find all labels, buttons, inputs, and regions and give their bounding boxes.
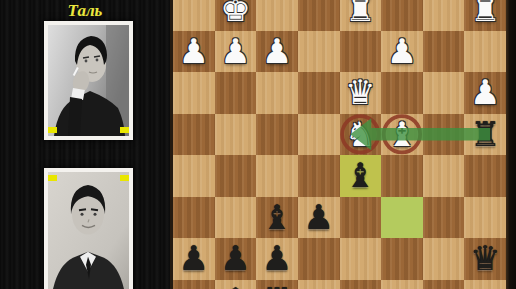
square-a7[interactable]: ♛ — [464, 238, 506, 280]
square-a3[interactable]: ♟ — [464, 72, 506, 114]
square-h8[interactable] — [173, 280, 215, 289]
square-f1[interactable] — [256, 0, 298, 31]
square-h5[interactable] — [173, 155, 215, 197]
square-g2[interactable]: ♟ — [215, 31, 257, 73]
square-g6[interactable] — [215, 197, 257, 239]
piece-white-knight-d4[interactable]: ♞ — [340, 114, 382, 156]
players-panel: Таль — [0, 0, 170, 289]
square-h4[interactable] — [173, 114, 215, 156]
square-e4[interactable] — [298, 114, 340, 156]
square-g5[interactable] — [215, 155, 257, 197]
piece-black-king-g8[interactable]: ♚ — [215, 280, 257, 289]
square-f2[interactable]: ♟ — [256, 31, 298, 73]
square-b8[interactable] — [423, 280, 465, 289]
chess-board-squares: ♚♜♜♟♟♟♟♛♟♞♝♜♝♝♟♟♟♟♛♚♜ — [173, 0, 506, 289]
piece-black-bishop-d5[interactable]: ♝ — [340, 155, 382, 197]
square-d4[interactable]: ♞ — [340, 114, 382, 156]
piece-black-rook-a4[interactable]: ♜ — [464, 114, 506, 156]
square-c6[interactable] — [381, 197, 423, 239]
square-b3[interactable] — [423, 72, 465, 114]
piece-white-pawn-h2[interactable]: ♟ — [173, 31, 215, 73]
square-h1[interactable] — [173, 0, 215, 31]
square-a8[interactable] — [464, 280, 506, 289]
square-g7[interactable]: ♟ — [215, 238, 257, 280]
board-frame-right — [506, 0, 516, 289]
piece-black-queen-a7[interactable]: ♛ — [464, 238, 506, 280]
square-b5[interactable] — [423, 155, 465, 197]
square-f4[interactable] — [256, 114, 298, 156]
square-c5[interactable] — [381, 155, 423, 197]
bottom-player-photo — [44, 168, 133, 289]
video-frame: Таль — [0, 0, 516, 289]
square-e8[interactable] — [298, 280, 340, 289]
piece-black-bishop-f6[interactable]: ♝ — [256, 197, 298, 239]
square-c8[interactable] — [381, 280, 423, 289]
photo-corner-marker — [120, 127, 129, 133]
piece-white-pawn-a3[interactable]: ♟ — [464, 72, 506, 114]
square-b7[interactable] — [423, 238, 465, 280]
square-e5[interactable] — [298, 155, 340, 197]
square-g4[interactable] — [215, 114, 257, 156]
piece-white-rook-a1[interactable]: ♜ — [464, 0, 506, 31]
square-d5[interactable]: ♝ — [340, 155, 382, 197]
piece-black-pawn-f7[interactable]: ♟ — [256, 238, 298, 280]
square-f6[interactable]: ♝ — [256, 197, 298, 239]
square-b6[interactable] — [423, 197, 465, 239]
square-c4[interactable]: ♝ — [381, 114, 423, 156]
piece-white-king-g1[interactable]: ♚ — [215, 0, 257, 31]
square-a5[interactable] — [464, 155, 506, 197]
square-f3[interactable] — [256, 72, 298, 114]
square-d3[interactable]: ♛ — [340, 72, 382, 114]
player-label-top: Таль — [0, 0, 170, 21]
piece-black-rook-f8[interactable]: ♜ — [256, 280, 298, 289]
photo-corner-marker — [120, 175, 129, 181]
tal-portrait-image — [48, 25, 129, 136]
square-d1[interactable]: ♜ — [340, 0, 382, 31]
square-g8[interactable]: ♚ — [215, 280, 257, 289]
square-a2[interactable] — [464, 31, 506, 73]
photo-corner-marker — [48, 127, 57, 133]
square-b1[interactable] — [423, 0, 465, 31]
square-c7[interactable] — [381, 238, 423, 280]
square-a6[interactable] — [464, 197, 506, 239]
piece-white-bishop-c4[interactable]: ♝ — [381, 114, 423, 156]
square-d6[interactable] — [340, 197, 382, 239]
square-c2[interactable]: ♟ — [381, 31, 423, 73]
square-d2[interactable] — [340, 31, 382, 73]
square-e6[interactable]: ♟ — [298, 197, 340, 239]
square-b4[interactable] — [423, 114, 465, 156]
tal-photo — [44, 21, 133, 140]
square-d7[interactable] — [340, 238, 382, 280]
square-g3[interactable] — [215, 72, 257, 114]
square-e7[interactable] — [298, 238, 340, 280]
bottom-portrait-image — [48, 172, 129, 289]
photo-corner-marker — [48, 175, 57, 181]
piece-white-queen-d3[interactable]: ♛ — [340, 72, 382, 114]
chess-board: ♚♜♜♟♟♟♟♛♟♞♝♜♝♝♟♟♟♟♛♚♜ — [170, 0, 516, 289]
square-a1[interactable]: ♜ — [464, 0, 506, 31]
piece-black-pawn-h7[interactable]: ♟ — [173, 238, 215, 280]
square-g1[interactable]: ♚ — [215, 0, 257, 31]
piece-white-rook-d1[interactable]: ♜ — [340, 0, 382, 31]
square-a4[interactable]: ♜ — [464, 114, 506, 156]
square-e3[interactable] — [298, 72, 340, 114]
square-h2[interactable]: ♟ — [173, 31, 215, 73]
square-d8[interactable] — [340, 280, 382, 289]
piece-black-pawn-e6[interactable]: ♟ — [298, 197, 340, 239]
square-e2[interactable] — [298, 31, 340, 73]
square-h3[interactable] — [173, 72, 215, 114]
piece-white-pawn-f2[interactable]: ♟ — [256, 31, 298, 73]
square-c3[interactable] — [381, 72, 423, 114]
square-h6[interactable] — [173, 197, 215, 239]
square-b2[interactable] — [423, 31, 465, 73]
square-h7[interactable]: ♟ — [173, 238, 215, 280]
piece-black-pawn-g7[interactable]: ♟ — [215, 238, 257, 280]
square-f7[interactable]: ♟ — [256, 238, 298, 280]
piece-white-pawn-g2[interactable]: ♟ — [215, 31, 257, 73]
square-e1[interactable] — [298, 0, 340, 31]
square-c1[interactable] — [381, 0, 423, 31]
square-f8[interactable]: ♜ — [256, 280, 298, 289]
square-f5[interactable] — [256, 155, 298, 197]
piece-white-pawn-c2[interactable]: ♟ — [381, 31, 423, 73]
